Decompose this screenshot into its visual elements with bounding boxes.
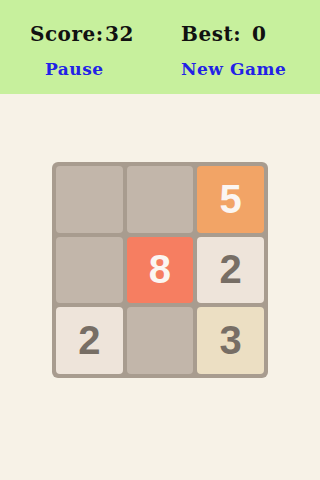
pause-button[interactable]: Pause [45,61,104,78]
cell-r1c1: 8 [127,237,194,304]
best-label: Best: [181,24,241,44]
cell-r0c0 [56,166,123,233]
best-value: 0 [252,24,266,44]
cell-r0c2: 5 [197,166,264,233]
score-value: 32 [105,24,134,44]
cell-r1c2: 2 [197,237,264,304]
score-label: Score: [30,24,104,44]
new-game-button[interactable]: New Game [181,61,286,78]
cell-r1c0 [56,237,123,304]
cell-r2c0: 2 [56,307,123,374]
cell-r2c1 [127,307,194,374]
header-bar: Score: 32 Best: 0 Pause New Game [0,0,320,94]
app-root: Score: 32 Best: 0 Pause New Game 5 8 2 2… [0,0,320,480]
game-board[interactable]: 5 8 2 2 3 [52,162,268,378]
cell-r2c2: 3 [197,307,264,374]
cell-r0c1 [127,166,194,233]
